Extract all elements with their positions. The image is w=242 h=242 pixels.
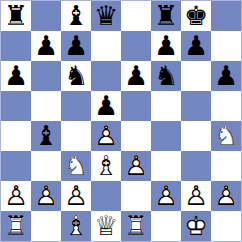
piece-fill: ♝ <box>61 1 91 31</box>
black-pawn[interactable]: ♟ <box>151 31 181 61</box>
black-pawn[interactable]: ♟ <box>31 31 61 61</box>
square-e3[interactable]: ♟♙ <box>121 151 151 181</box>
square-d4[interactable]: ♟♙ <box>91 121 121 151</box>
black-pawn[interactable]: ♟ <box>211 61 241 91</box>
square-c4[interactable] <box>61 121 91 151</box>
square-b8[interactable] <box>31 1 61 31</box>
piece-outline: ♕ <box>91 211 121 241</box>
white-pawn[interactable]: ♟♙ <box>1 181 31 211</box>
piece-fill: ♛ <box>91 1 121 31</box>
piece-outline: ♔ <box>181 211 211 241</box>
square-b2[interactable]: ♟♙ <box>31 181 61 211</box>
white-knight[interactable]: ♞♘ <box>61 151 91 181</box>
square-d7[interactable] <box>91 31 121 61</box>
square-d6[interactable] <box>91 61 121 91</box>
square-a7[interactable] <box>1 31 31 61</box>
square-e2[interactable] <box>121 181 151 211</box>
white-bishop[interactable]: ♝♗ <box>91 151 121 181</box>
white-queen[interactable]: ♛♕ <box>91 211 121 241</box>
piece-fill: ♞ <box>151 61 181 91</box>
piece-fill: ♟ <box>61 31 91 61</box>
chess-board: ♜♝♛♜♚♟♟♟♟♟♞♟♞♟♟♝♟♙♞♘♞♘♝♗♟♙♟♙♟♙♟♙♟♙♟♙♟♙♜♖… <box>0 0 242 242</box>
square-g1[interactable]: ♚♔ <box>181 211 211 241</box>
white-rook[interactable]: ♜♖ <box>121 211 151 241</box>
white-rook[interactable]: ♜♖ <box>1 211 31 241</box>
square-b7[interactable]: ♟ <box>31 31 61 61</box>
square-g4[interactable] <box>181 121 211 151</box>
piece-outline: ♙ <box>151 181 181 211</box>
white-pawn[interactable]: ♟♙ <box>121 151 151 181</box>
square-f5[interactable] <box>151 91 181 121</box>
piece-outline: ♙ <box>31 181 61 211</box>
square-c6[interactable]: ♞ <box>61 61 91 91</box>
square-h6[interactable]: ♟ <box>211 61 241 91</box>
square-a3[interactable] <box>1 151 31 181</box>
piece-outline: ♙ <box>1 181 31 211</box>
square-g8[interactable]: ♚ <box>181 1 211 31</box>
square-f8[interactable]: ♜ <box>151 1 181 31</box>
piece-fill: ♟ <box>91 91 121 121</box>
piece-outline: ♖ <box>1 211 31 241</box>
piece-fill: ♟ <box>31 31 61 61</box>
square-e4[interactable] <box>121 121 151 151</box>
square-a6[interactable]: ♟ <box>1 61 31 91</box>
black-knight[interactable]: ♞ <box>61 61 91 91</box>
square-f6[interactable]: ♞ <box>151 61 181 91</box>
white-pawn[interactable]: ♟♙ <box>61 181 91 211</box>
square-c2[interactable]: ♟♙ <box>61 181 91 211</box>
square-e7[interactable] <box>121 31 151 61</box>
square-f4[interactable] <box>151 121 181 151</box>
piece-outline: ♙ <box>181 181 211 211</box>
square-h7[interactable] <box>211 31 241 61</box>
square-a5[interactable] <box>1 91 31 121</box>
black-king[interactable]: ♚ <box>181 1 211 31</box>
black-knight[interactable]: ♞ <box>151 61 181 91</box>
square-e1[interactable]: ♜♖ <box>121 211 151 241</box>
square-a1[interactable]: ♜♖ <box>1 211 31 241</box>
piece-fill: ♟ <box>151 31 181 61</box>
square-g5[interactable] <box>181 91 211 121</box>
square-f2[interactable]: ♟♙ <box>151 181 181 211</box>
square-h3[interactable] <box>211 151 241 181</box>
piece-outline: ♙ <box>211 181 241 211</box>
piece-fill: ♝ <box>31 121 61 151</box>
square-c3[interactable]: ♞♘ <box>61 151 91 181</box>
black-pawn[interactable]: ♟ <box>91 91 121 121</box>
piece-fill: ♚ <box>181 1 211 31</box>
square-g6[interactable] <box>181 61 211 91</box>
square-b1[interactable] <box>31 211 61 241</box>
square-c8[interactable]: ♝ <box>61 1 91 31</box>
white-bishop[interactable]: ♝♗ <box>61 211 91 241</box>
square-d3[interactable]: ♝♗ <box>91 151 121 181</box>
black-bishop[interactable]: ♝ <box>61 1 91 31</box>
square-a2[interactable]: ♟♙ <box>1 181 31 211</box>
square-d8[interactable]: ♛ <box>91 1 121 31</box>
piece-outline: ♘ <box>61 151 91 181</box>
black-rook[interactable]: ♜ <box>151 1 181 31</box>
white-pawn[interactable]: ♟♙ <box>31 181 61 211</box>
square-h2[interactable]: ♟♙ <box>211 181 241 211</box>
square-h4[interactable]: ♞♘ <box>211 121 241 151</box>
piece-fill: ♜ <box>1 1 31 31</box>
square-f3[interactable] <box>151 151 181 181</box>
black-pawn[interactable]: ♟ <box>61 31 91 61</box>
piece-fill: ♟ <box>181 31 211 61</box>
piece-fill: ♟ <box>121 61 151 91</box>
square-b3[interactable] <box>31 151 61 181</box>
square-d5[interactable]: ♟ <box>91 91 121 121</box>
square-c1[interactable]: ♝♗ <box>61 211 91 241</box>
white-king[interactable]: ♚♔ <box>181 211 211 241</box>
piece-outline: ♖ <box>121 211 151 241</box>
square-e5[interactable] <box>121 91 151 121</box>
white-pawn[interactable]: ♟♙ <box>151 181 181 211</box>
square-c5[interactable] <box>61 91 91 121</box>
square-e6[interactable]: ♟ <box>121 61 151 91</box>
square-c7[interactable]: ♟ <box>61 31 91 61</box>
black-pawn[interactable]: ♟ <box>121 61 151 91</box>
piece-fill: ♜ <box>151 1 181 31</box>
square-g2[interactable]: ♟♙ <box>181 181 211 211</box>
square-a4[interactable] <box>1 121 31 151</box>
square-h8[interactable] <box>211 1 241 31</box>
black-pawn[interactable]: ♟ <box>1 61 31 91</box>
piece-outline: ♙ <box>121 151 151 181</box>
piece-outline: ♙ <box>61 181 91 211</box>
square-f1[interactable] <box>151 211 181 241</box>
piece-outline: ♗ <box>91 151 121 181</box>
piece-fill: ♟ <box>1 61 31 91</box>
square-g3[interactable] <box>181 151 211 181</box>
piece-outline: ♘ <box>211 121 241 151</box>
white-knight[interactable]: ♞♘ <box>211 121 241 151</box>
white-pawn[interactable]: ♟♙ <box>91 121 121 151</box>
square-h5[interactable] <box>211 91 241 121</box>
black-bishop[interactable]: ♝ <box>31 121 61 151</box>
piece-fill: ♞ <box>61 61 91 91</box>
black-rook[interactable]: ♜ <box>1 1 31 31</box>
square-b5[interactable] <box>31 91 61 121</box>
square-h1[interactable] <box>211 211 241 241</box>
white-pawn[interactable]: ♟♙ <box>211 181 241 211</box>
square-b4[interactable]: ♝ <box>31 121 61 151</box>
square-b6[interactable] <box>31 61 61 91</box>
square-g7[interactable]: ♟ <box>181 31 211 61</box>
piece-outline: ♗ <box>61 211 91 241</box>
black-queen[interactable]: ♛ <box>91 1 121 31</box>
white-pawn[interactable]: ♟♙ <box>181 181 211 211</box>
square-d1[interactable]: ♛♕ <box>91 211 121 241</box>
piece-fill: ♟ <box>211 61 241 91</box>
square-f7[interactable]: ♟ <box>151 31 181 61</box>
piece-outline: ♙ <box>91 121 121 151</box>
square-d2[interactable] <box>91 181 121 211</box>
square-a8[interactable]: ♜ <box>1 1 31 31</box>
square-e8[interactable] <box>121 1 151 31</box>
black-pawn[interactable]: ♟ <box>181 31 211 61</box>
